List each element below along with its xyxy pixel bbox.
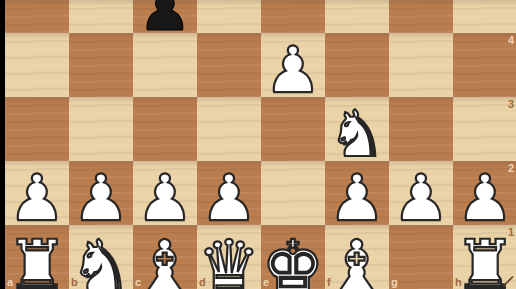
square-g2[interactable]: ♟ xyxy=(389,161,453,225)
rank-label-3: 3 xyxy=(508,99,514,110)
square-b2[interactable]: ♟ xyxy=(69,161,133,225)
white-bishop[interactable]: ♝ xyxy=(326,231,389,289)
file-label-a: a xyxy=(7,277,13,288)
rank-label-1: 1 xyxy=(508,227,514,238)
square-h2[interactable]: ♟2 xyxy=(453,161,516,225)
chess-board: ♟♟4♞3♟♟♟♟♟♟♟2♜a♞b♝c♛d♚e♝fg♜1h xyxy=(5,0,516,289)
white-pawn[interactable]: ♟ xyxy=(328,166,385,230)
white-pawn[interactable]: ♟ xyxy=(8,166,65,230)
square-a3[interactable] xyxy=(5,97,69,161)
square-e5[interactable] xyxy=(261,0,325,33)
white-knight[interactable]: ♞ xyxy=(70,231,133,289)
white-king[interactable]: ♚ xyxy=(262,231,325,289)
white-pawn[interactable]: ♟ xyxy=(136,166,193,230)
file-label-b: b xyxy=(71,277,78,288)
square-d5[interactable] xyxy=(197,0,261,33)
square-a4[interactable] xyxy=(5,33,69,97)
square-e1[interactable]: ♚e xyxy=(261,225,325,289)
square-f2[interactable]: ♟ xyxy=(325,161,389,225)
square-h3[interactable]: 3 xyxy=(453,97,516,161)
square-h4[interactable]: 4 xyxy=(453,33,516,97)
white-pawn[interactable]: ♟ xyxy=(264,38,321,102)
file-label-e: e xyxy=(263,277,269,288)
square-f3[interactable]: ♞ xyxy=(325,97,389,161)
file-label-h: h xyxy=(455,277,462,288)
white-rook[interactable]: ♜ xyxy=(6,231,69,289)
file-label-f: f xyxy=(327,277,331,288)
white-knight[interactable]: ♞ xyxy=(328,102,385,166)
square-g4[interactable] xyxy=(389,33,453,97)
black-pawn[interactable]: ♟ xyxy=(138,0,192,39)
square-c3[interactable] xyxy=(133,97,197,161)
square-f5[interactable] xyxy=(325,0,389,33)
rank-label-4: 4 xyxy=(508,35,514,46)
white-bishop[interactable]: ♝ xyxy=(134,231,197,289)
square-b3[interactable] xyxy=(69,97,133,161)
square-g5[interactable] xyxy=(389,0,453,33)
white-pawn[interactable]: ♟ xyxy=(392,166,449,230)
square-c2[interactable]: ♟ xyxy=(133,161,197,225)
square-c5[interactable]: ♟ xyxy=(133,0,197,33)
square-f1[interactable]: ♝f xyxy=(325,225,389,289)
square-d3[interactable] xyxy=(197,97,261,161)
square-a1[interactable]: ♜a xyxy=(5,225,69,289)
square-g3[interactable] xyxy=(389,97,453,161)
square-b1[interactable]: ♞b xyxy=(69,225,133,289)
white-pawn[interactable]: ♟ xyxy=(456,166,513,230)
square-a2[interactable]: ♟ xyxy=(5,161,69,225)
square-h5[interactable] xyxy=(453,0,516,33)
file-label-g: g xyxy=(391,277,398,288)
square-b5[interactable] xyxy=(69,0,133,33)
board-resize-handle-icon[interactable] xyxy=(502,276,514,287)
square-d4[interactable] xyxy=(197,33,261,97)
file-label-c: c xyxy=(135,277,141,288)
square-c1[interactable]: ♝c xyxy=(133,225,197,289)
square-f4[interactable] xyxy=(325,33,389,97)
square-d2[interactable]: ♟ xyxy=(197,161,261,225)
square-a5[interactable] xyxy=(5,0,69,33)
file-label-d: d xyxy=(199,277,206,288)
white-pawn[interactable]: ♟ xyxy=(200,166,257,230)
square-e4[interactable]: ♟ xyxy=(261,33,325,97)
rank-label-2: 2 xyxy=(508,163,514,174)
white-pawn[interactable]: ♟ xyxy=(72,166,129,230)
square-b4[interactable] xyxy=(69,33,133,97)
white-queen[interactable]: ♛ xyxy=(198,231,261,289)
video-frame: ♟♟4♞3♟♟♟♟♟♟♟2♜a♞b♝c♛d♚e♝fg♜1h xyxy=(0,0,516,289)
square-d1[interactable]: ♛d xyxy=(197,225,261,289)
square-e2[interactable] xyxy=(261,161,325,225)
